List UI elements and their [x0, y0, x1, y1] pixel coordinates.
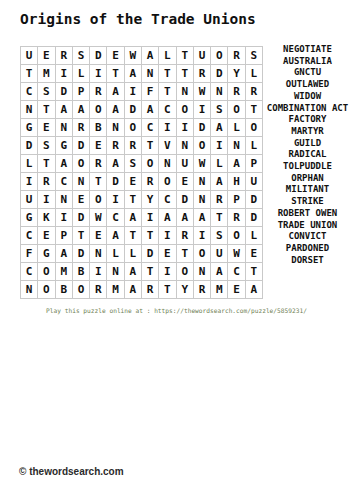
grid-cell[interactable]: N	[21, 101, 38, 119]
word-list-item: NEGOTIATE	[262, 44, 353, 56]
grid-cell[interactable]: N	[90, 245, 107, 263]
word-list-item: TRADE UNION	[262, 220, 353, 232]
grid-cell[interactable]: T	[38, 155, 55, 173]
grid-cell[interactable]: A	[125, 281, 142, 299]
grid-cell[interactable]: R	[228, 209, 245, 227]
word-list-item: GUILD	[262, 138, 353, 150]
grid-cell[interactable]: O	[125, 119, 142, 137]
grid-cell[interactable]: L	[211, 155, 228, 173]
word-list-item: MARTYR	[262, 126, 353, 138]
grid-cell[interactable]: T	[211, 209, 228, 227]
grid-cell[interactable]: R	[228, 83, 245, 101]
grid-cell[interactable]: P	[246, 155, 263, 173]
grid-cell[interactable]: N	[107, 263, 124, 281]
grid-cell[interactable]: O	[142, 155, 159, 173]
word-list-item: RADICAL	[262, 149, 353, 161]
grid-cell[interactable]: D	[211, 65, 228, 83]
grid-cell[interactable]: E	[73, 191, 90, 209]
word-list: NEGOTIATEAUSTRALIAGNCTUOUTLAWEDWIDOWCOMB…	[262, 44, 353, 266]
grid-cell[interactable]: I	[211, 137, 228, 155]
grid-cell[interactable]: L	[107, 245, 124, 263]
grid-cell[interactable]: I	[38, 191, 55, 209]
grid-cell[interactable]: N	[177, 83, 194, 101]
grid-cell[interactable]: C	[21, 263, 38, 281]
grid-cell[interactable]: R	[211, 191, 228, 209]
grid-cell[interactable]: P	[73, 83, 90, 101]
puzzle-title: Origins of the Trade Unions	[20, 11, 256, 27]
grid-cell[interactable]: N	[107, 119, 124, 137]
grid-cell[interactable]: M	[107, 281, 124, 299]
grid-cell[interactable]: R	[194, 281, 211, 299]
grid-cell[interactable]: R	[125, 137, 142, 155]
grid-cell[interactable]: T	[21, 65, 38, 83]
grid-cell[interactable]: M	[211, 281, 228, 299]
grid-cell[interactable]: C	[107, 209, 124, 227]
grid-cell[interactable]: O	[90, 101, 107, 119]
grid-cell[interactable]: E	[125, 173, 142, 191]
grid-cell[interactable]: S	[38, 137, 55, 155]
grid-cell[interactable]: R	[228, 47, 245, 65]
grid-cell[interactable]: O	[228, 227, 245, 245]
grid-cell[interactable]: I	[90, 65, 107, 83]
grid-cell[interactable]: I	[90, 263, 107, 281]
grid-cell[interactable]: P	[228, 191, 245, 209]
grid-cell[interactable]: V	[159, 137, 176, 155]
grid-cell[interactable]: I	[56, 209, 73, 227]
site-copyright: © thewordsearch.com	[19, 466, 124, 477]
grid-cell[interactable]: L	[159, 47, 176, 65]
grid-cell[interactable]: I	[194, 227, 211, 245]
grid-cell[interactable]: K	[38, 209, 55, 227]
grid-cell[interactable]: E	[159, 245, 176, 263]
grid-cell[interactable]: M	[56, 263, 73, 281]
grid-cell[interactable]: I	[177, 119, 194, 137]
grid-cell[interactable]: E	[107, 47, 124, 65]
word-list-item: COMBINATION ACT	[262, 103, 353, 115]
grid-cell[interactable]: I	[142, 209, 159, 227]
grid-cell[interactable]: R	[90, 281, 107, 299]
grid-cell[interactable]: D	[73, 209, 90, 227]
grid-cell[interactable]: R	[90, 83, 107, 101]
grid-cell[interactable]: I	[21, 173, 38, 191]
grid-cell[interactable]: D	[73, 137, 90, 155]
grid-cell[interactable]: A	[125, 65, 142, 83]
play-online-url: Play this puzzle online at : https://the…	[0, 307, 353, 314]
grid-cell[interactable]: L	[73, 65, 90, 83]
grid-cell[interactable]: T	[142, 263, 159, 281]
grid-cell[interactable]: W	[125, 47, 142, 65]
grid-cell[interactable]: B	[73, 263, 90, 281]
grid-cell[interactable]: T	[107, 65, 124, 83]
grid-cell[interactable]: N	[194, 191, 211, 209]
grid-cell[interactable]: T	[73, 227, 90, 245]
grid-cell[interactable]: F	[142, 83, 159, 101]
grid-cell[interactable]: T	[246, 101, 263, 119]
grid-cell[interactable]: D	[246, 209, 263, 227]
grid-cell[interactable]: M	[38, 65, 55, 83]
grid-cell[interactable]: W	[228, 245, 245, 263]
word-list-item: ROBERT OWEN	[262, 208, 353, 220]
grid-cell[interactable]: T	[246, 263, 263, 281]
grid-cell[interactable]: N	[194, 263, 211, 281]
grid-cell[interactable]: D	[142, 245, 159, 263]
grid-cell[interactable]: T	[125, 191, 142, 209]
grid-cell[interactable]: T	[142, 137, 159, 155]
grid-cell[interactable]: S	[246, 47, 263, 65]
grid-cell[interactable]: R	[73, 119, 90, 137]
grid-cell[interactable]: A	[107, 83, 124, 101]
grid-cell[interactable]: E	[90, 137, 107, 155]
grid-cell[interactable]: I	[125, 83, 142, 101]
word-list-item: TOLPUDDLE	[262, 161, 353, 173]
grid-cell[interactable]: G	[56, 137, 73, 155]
grid-cell[interactable]: S	[211, 227, 228, 245]
grid-cell[interactable]: A	[107, 227, 124, 245]
grid-cell[interactable]: L	[246, 65, 263, 83]
grid-cell[interactable]: D	[21, 137, 38, 155]
grid-cell[interactable]: U	[21, 47, 38, 65]
grid-cell[interactable]: Y	[228, 65, 245, 83]
grid-cell[interactable]: S	[211, 101, 228, 119]
grid-cell[interactable]: O	[211, 47, 228, 65]
grid-cell[interactable]: C	[159, 101, 176, 119]
grid-cell[interactable]: O	[73, 281, 90, 299]
grid-cell[interactable]: I	[159, 263, 176, 281]
grid-cell[interactable]: T	[38, 101, 55, 119]
grid-cell[interactable]: I	[159, 119, 176, 137]
grid-cell[interactable]: A	[142, 101, 159, 119]
grid-cell[interactable]: A	[211, 119, 228, 137]
grid-cell[interactable]: T	[142, 227, 159, 245]
grid-cell[interactable]: T	[125, 227, 142, 245]
grid-cell[interactable]: I	[107, 191, 124, 209]
grid-cell[interactable]: U	[211, 245, 228, 263]
grid-cell[interactable]: C	[56, 173, 73, 191]
word-list-item: PARDONED	[262, 243, 353, 255]
grid-cell[interactable]: O	[194, 245, 211, 263]
grid-cell[interactable]: O	[177, 263, 194, 281]
grid-cell[interactable]: T	[177, 65, 194, 83]
grid-cell[interactable]: R	[90, 155, 107, 173]
grid-cell[interactable]: C	[228, 263, 245, 281]
grid-cell[interactable]: N	[228, 137, 245, 155]
grid-cell[interactable]: E	[38, 119, 55, 137]
grid-cell[interactable]: O	[194, 137, 211, 155]
grid-cell[interactable]: T	[159, 83, 176, 101]
grid-cell[interactable]: D	[73, 245, 90, 263]
grid-cell[interactable]: G	[38, 245, 55, 263]
grid-cell[interactable]: O	[177, 101, 194, 119]
grid-cell[interactable]: I	[194, 101, 211, 119]
grid-cell[interactable]: A	[56, 155, 73, 173]
grid-cell[interactable]: R	[246, 83, 263, 101]
grid-cell[interactable]: R	[194, 65, 211, 83]
word-list-item: WIDOW	[262, 91, 353, 103]
grid-cell[interactable]: N	[142, 65, 159, 83]
grid-cell[interactable]: R	[107, 137, 124, 155]
grid-cell[interactable]: O	[90, 191, 107, 209]
grid-cell[interactable]: N	[73, 173, 90, 191]
grid-cell[interactable]: Y	[177, 281, 194, 299]
grid-cell[interactable]: C	[142, 119, 159, 137]
grid-cell[interactable]: A	[228, 155, 245, 173]
grid-cell[interactable]: A	[211, 263, 228, 281]
grid-cell[interactable]: R	[56, 47, 73, 65]
grid-cell[interactable]: S	[125, 155, 142, 173]
grid-cell[interactable]: U	[194, 47, 211, 65]
grid-cell[interactable]: N	[56, 119, 73, 137]
grid-cell[interactable]: G	[21, 209, 38, 227]
word-list-item: DORSET	[262, 255, 353, 267]
word-list-item: CONVICT	[262, 231, 353, 243]
grid-cell[interactable]: I	[56, 65, 73, 83]
grid-cell[interactable]: Y	[142, 191, 159, 209]
grid-cell[interactable]: T	[159, 65, 176, 83]
grid-cell[interactable]: O	[228, 101, 245, 119]
grid-cell[interactable]: U	[246, 173, 263, 191]
grid-cell[interactable]: A	[125, 209, 142, 227]
grid-cell[interactable]: C	[159, 191, 176, 209]
word-list-item: STRIKE	[262, 196, 353, 208]
grid-cell[interactable]: N	[159, 155, 176, 173]
grid-cell[interactable]: N	[177, 137, 194, 155]
grid-cell[interactable]: D	[177, 191, 194, 209]
grid-cell[interactable]: L	[21, 155, 38, 173]
grid-cell[interactable]: E	[90, 227, 107, 245]
grid-cell[interactable]: E	[177, 173, 194, 191]
grid-cell[interactable]: W	[90, 209, 107, 227]
grid-cell[interactable]: N	[211, 83, 228, 101]
grid-cell[interactable]: E	[228, 281, 245, 299]
grid-cell[interactable]: T	[90, 173, 107, 191]
grid-cell[interactable]: T	[177, 245, 194, 263]
grid-cell[interactable]: U	[21, 191, 38, 209]
grid-cell[interactable]: E	[38, 47, 55, 65]
grid-cell[interactable]: D	[125, 101, 142, 119]
grid-cell[interactable]: N	[21, 281, 38, 299]
grid-cell[interactable]: R	[38, 173, 55, 191]
grid-cell[interactable]: R	[142, 173, 159, 191]
grid-cell[interactable]: L	[125, 245, 142, 263]
grid-cell[interactable]: A	[56, 101, 73, 119]
grid-cell[interactable]: U	[177, 155, 194, 173]
grid-cell[interactable]: R	[177, 227, 194, 245]
grid-cell[interactable]: N	[56, 191, 73, 209]
grid-cell[interactable]: S	[38, 83, 55, 101]
grid-cell[interactable]: P	[56, 227, 73, 245]
grid-cell[interactable]: G	[21, 119, 38, 137]
grid-cell[interactable]: D	[107, 173, 124, 191]
grid-cell[interactable]: B	[90, 119, 107, 137]
word-list-item: GNCTU	[262, 67, 353, 79]
grid-cell[interactable]: B	[56, 281, 73, 299]
grid-cell[interactable]: A	[159, 209, 176, 227]
grid-cell[interactable]: L	[246, 137, 263, 155]
grid-cell[interactable]: N	[194, 173, 211, 191]
word-list-item: MILITANT	[262, 184, 353, 196]
grid-cell[interactable]: A	[107, 101, 124, 119]
grid-cell[interactable]: W	[194, 155, 211, 173]
grid-cell[interactable]: D	[56, 83, 73, 101]
grid-cell[interactable]: E	[38, 227, 55, 245]
grid-cell[interactable]: W	[194, 83, 211, 101]
word-search-grid: UERSDEWALTUORSTMILITANTTRDYLCSDPRAIFTNWN…	[20, 46, 263, 299]
word-list-item: OUTLAWED	[262, 79, 353, 91]
grid-cell[interactable]: H	[228, 173, 245, 191]
grid-cell[interactable]: C	[21, 227, 38, 245]
grid-cell[interactable]: A	[107, 155, 124, 173]
grid-cell[interactable]: L	[246, 227, 263, 245]
grid-cell[interactable]: T	[159, 281, 176, 299]
grid-cell[interactable]: O	[73, 155, 90, 173]
grid-cell[interactable]: O	[246, 119, 263, 137]
grid-cell[interactable]: A	[246, 281, 263, 299]
grid-cell[interactable]: C	[21, 83, 38, 101]
grid-cell[interactable]: D	[90, 47, 107, 65]
grid-cell[interactable]: F	[21, 245, 38, 263]
grid-cell[interactable]: A	[73, 101, 90, 119]
grid-cell[interactable]: O	[38, 263, 55, 281]
grid-cell[interactable]: D	[194, 119, 211, 137]
grid-cell[interactable]: R	[142, 281, 159, 299]
grid-cell[interactable]: A	[194, 209, 211, 227]
grid-cell[interactable]: A	[56, 245, 73, 263]
grid-cell[interactable]: A	[177, 209, 194, 227]
grid-cell[interactable]: D	[246, 191, 263, 209]
grid-cell[interactable]: E	[246, 245, 263, 263]
grid-cell[interactable]: A	[142, 47, 159, 65]
grid-cell[interactable]: T	[177, 47, 194, 65]
puzzle-worksheet: Origins of the Trade Unions UERSDEWALTUO…	[0, 0, 353, 500]
word-list-item: ORPHAN	[262, 173, 353, 185]
grid-cell[interactable]: S	[73, 47, 90, 65]
grid-cell[interactable]: A	[211, 173, 228, 191]
word-list-item: AUSTRALIA	[262, 56, 353, 68]
grid-cell[interactable]: I	[159, 227, 176, 245]
grid-cell[interactable]: O	[38, 281, 55, 299]
word-list-item: FACTORY	[262, 114, 353, 126]
grid-cell[interactable]: O	[159, 173, 176, 191]
grid-cell[interactable]: A	[125, 263, 142, 281]
grid-cell[interactable]: L	[228, 119, 245, 137]
